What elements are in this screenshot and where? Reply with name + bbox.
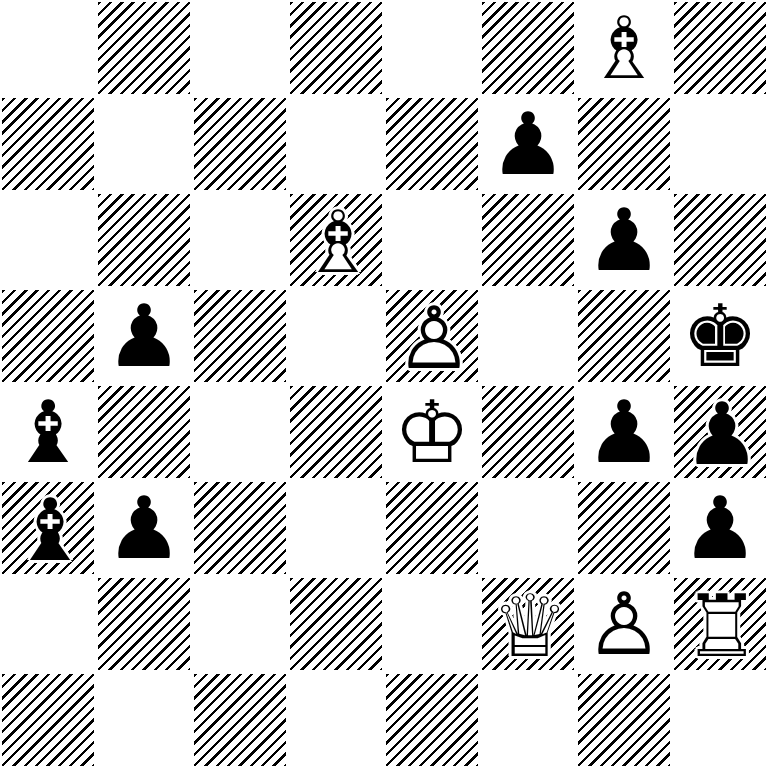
- square-e2[interactable]: [384, 576, 480, 672]
- square-d3[interactable]: [288, 480, 384, 576]
- piece-glyph: ♗: [299, 194, 376, 290]
- square-b2[interactable]: [96, 576, 192, 672]
- square-e7[interactable]: [384, 96, 480, 192]
- square-g3[interactable]: [576, 480, 672, 576]
- piece-white-bishop[interactable]: ♝♗: [290, 194, 386, 290]
- piece-white-pawn[interactable]: ♟♙: [576, 576, 672, 672]
- square-g5[interactable]: [576, 288, 672, 384]
- square-h8[interactable]: [672, 0, 768, 96]
- square-h5[interactable]: ♚♚: [672, 288, 768, 384]
- piece-black-pawn[interactable]: ♟♟: [576, 384, 672, 480]
- square-b8[interactable]: [96, 0, 192, 96]
- square-g1[interactable]: [576, 672, 672, 768]
- square-g4[interactable]: ♟♟: [576, 384, 672, 480]
- square-a7[interactable]: [0, 96, 96, 192]
- piece-glyph: ♟: [105, 288, 182, 384]
- square-a3[interactable]: ♝♝: [0, 480, 96, 576]
- square-h1[interactable]: [672, 672, 768, 768]
- square-c3[interactable]: [192, 480, 288, 576]
- square-g2[interactable]: ♟♙: [576, 576, 672, 672]
- square-h6[interactable]: [672, 192, 768, 288]
- piece-glyph: ♖: [683, 578, 760, 674]
- square-e5[interactable]: ♟♙: [384, 288, 480, 384]
- square-d6[interactable]: ♝♗: [288, 192, 384, 288]
- square-f3[interactable]: [480, 480, 576, 576]
- square-c5[interactable]: [192, 288, 288, 384]
- piece-glyph: ♙: [585, 576, 662, 672]
- square-a8[interactable]: [0, 0, 96, 96]
- piece-glyph: ♕: [491, 578, 568, 674]
- square-f5[interactable]: [480, 288, 576, 384]
- piece-glyph: ♙: [395, 290, 472, 386]
- square-g6[interactable]: ♟♟: [576, 192, 672, 288]
- square-c2[interactable]: [192, 576, 288, 672]
- square-c6[interactable]: [192, 192, 288, 288]
- piece-glyph: ♟: [489, 96, 566, 192]
- square-c8[interactable]: [192, 0, 288, 96]
- piece-black-bishop[interactable]: ♝♝: [2, 482, 98, 578]
- piece-glyph: ♟: [585, 384, 662, 480]
- square-c4[interactable]: [192, 384, 288, 480]
- piece-black-pawn[interactable]: ♟♟: [96, 480, 192, 576]
- piece-black-pawn[interactable]: ♟♟: [576, 192, 672, 288]
- square-a2[interactable]: [0, 576, 96, 672]
- square-d4[interactable]: [288, 384, 384, 480]
- piece-white-bishop[interactable]: ♝♗: [576, 0, 672, 96]
- piece-glyph: ♟: [683, 386, 760, 482]
- piece-glyph: ♟: [585, 192, 662, 288]
- piece-white-king[interactable]: ♚♔: [384, 384, 480, 480]
- square-a6[interactable]: [0, 192, 96, 288]
- piece-glyph: ♟: [105, 480, 182, 576]
- square-e6[interactable]: [384, 192, 480, 288]
- square-a1[interactable]: [0, 672, 96, 768]
- square-e8[interactable]: [384, 0, 480, 96]
- piece-black-bishop[interactable]: ♝♝: [0, 384, 96, 480]
- square-b5[interactable]: ♟♟: [96, 288, 192, 384]
- chess-board: ♝♗♟♟♝♗♟♟♟♟♟♙♚♚♝♝♚♔♟♟♟♟♝♝♟♟♟♟♛♕♟♙♜♖: [0, 0, 768, 768]
- square-b6[interactable]: [96, 192, 192, 288]
- square-e3[interactable]: [384, 480, 480, 576]
- square-b7[interactable]: [96, 96, 192, 192]
- square-h3[interactable]: ♟♟: [672, 480, 768, 576]
- piece-glyph: ♝: [9, 384, 86, 480]
- square-f6[interactable]: [480, 192, 576, 288]
- piece-black-pawn[interactable]: ♟♟: [96, 288, 192, 384]
- square-c1[interactable]: [192, 672, 288, 768]
- piece-glyph: ♗: [585, 0, 662, 96]
- square-c7[interactable]: [192, 96, 288, 192]
- piece-black-pawn[interactable]: ♟♟: [480, 96, 576, 192]
- piece-white-rook[interactable]: ♜♖: [674, 578, 768, 674]
- square-f7[interactable]: ♟♟: [480, 96, 576, 192]
- square-d8[interactable]: [288, 0, 384, 96]
- piece-glyph: ♝: [11, 482, 88, 578]
- square-b1[interactable]: [96, 672, 192, 768]
- square-d2[interactable]: [288, 576, 384, 672]
- piece-white-pawn[interactable]: ♟♙: [386, 290, 482, 386]
- square-d1[interactable]: [288, 672, 384, 768]
- piece-glyph: ♔: [393, 384, 470, 480]
- square-h2[interactable]: ♜♖: [672, 576, 768, 672]
- square-b3[interactable]: ♟♟: [96, 480, 192, 576]
- square-f8[interactable]: [480, 0, 576, 96]
- piece-black-pawn[interactable]: ♟♟: [672, 480, 768, 576]
- piece-glyph: ♟: [681, 480, 758, 576]
- piece-glyph: ♚: [681, 288, 758, 384]
- square-d5[interactable]: [288, 288, 384, 384]
- piece-black-king[interactable]: ♚♚: [672, 288, 768, 384]
- piece-black-pawn[interactable]: ♟♟: [674, 386, 768, 482]
- piece-white-queen[interactable]: ♛♕: [482, 578, 578, 674]
- square-a4[interactable]: ♝♝: [0, 384, 96, 480]
- square-h7[interactable]: [672, 96, 768, 192]
- square-f1[interactable]: [480, 672, 576, 768]
- square-d7[interactable]: [288, 96, 384, 192]
- square-e1[interactable]: [384, 672, 480, 768]
- square-f4[interactable]: [480, 384, 576, 480]
- square-b4[interactable]: [96, 384, 192, 480]
- square-h4[interactable]: ♟♟: [672, 384, 768, 480]
- square-e4[interactable]: ♚♔: [384, 384, 480, 480]
- square-g7[interactable]: [576, 96, 672, 192]
- square-a5[interactable]: [0, 288, 96, 384]
- square-f2[interactable]: ♛♕: [480, 576, 576, 672]
- square-g8[interactable]: ♝♗: [576, 0, 672, 96]
